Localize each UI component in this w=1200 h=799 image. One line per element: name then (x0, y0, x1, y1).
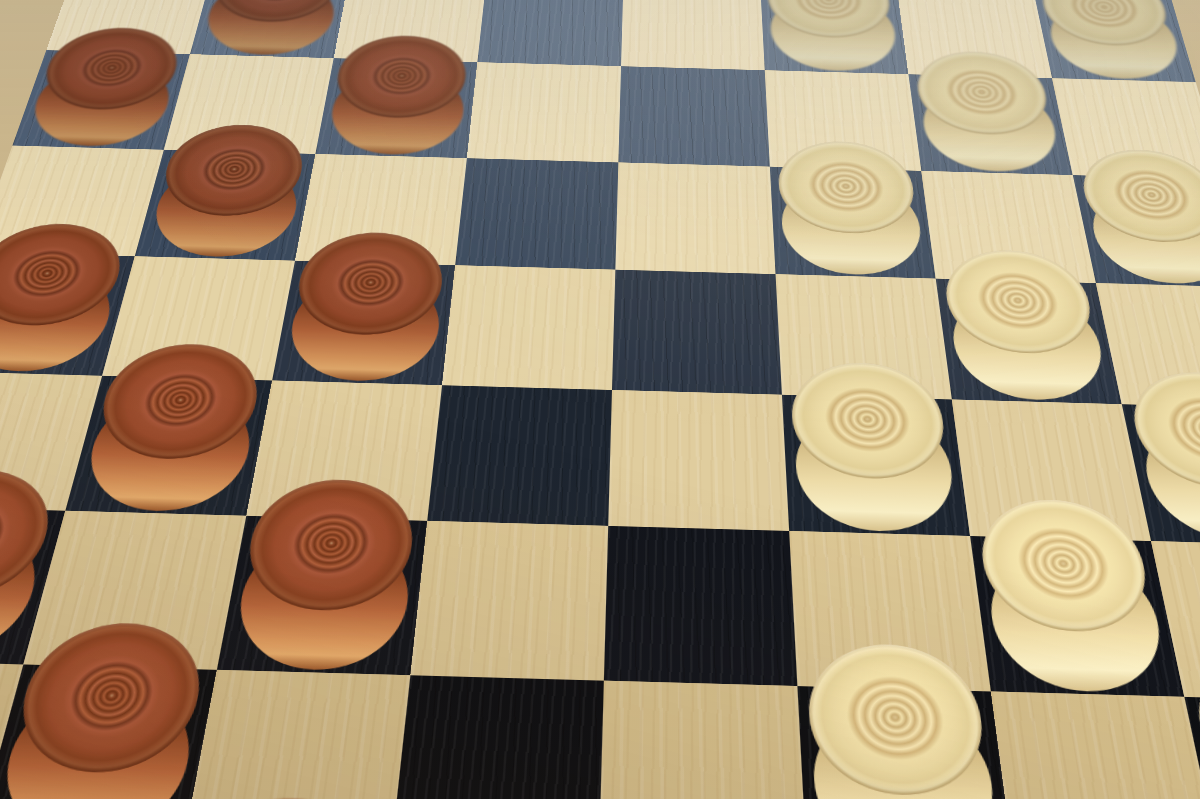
square-r3c2-dark[interactable] (135, 150, 316, 261)
brown-piece-r5c2[interactable] (65, 376, 272, 516)
square-r7c3-light[interactable] (183, 670, 410, 799)
square-r3c6-dark[interactable] (770, 167, 936, 279)
cream-piece-r4c7[interactable] (936, 279, 1122, 405)
square-r1c6-dark[interactable] (760, 0, 908, 74)
cream-piece-r6c7[interactable] (970, 536, 1184, 697)
square-r2c4-light[interactable] (467, 62, 621, 162)
brown-piece-r4c3[interactable] (272, 261, 455, 386)
square-r7c6-dark[interactable] (797, 686, 1014, 799)
brown-piece-r2c1[interactable] (12, 50, 190, 150)
brown-piece-r1c2[interactable] (190, 0, 350, 58)
cream-piece-r2c7[interactable] (908, 74, 1072, 175)
checkers-board (0, 0, 1200, 799)
square-r4c7-dark[interactable] (936, 279, 1122, 405)
square-r2c7-dark[interactable] (908, 74, 1072, 175)
checkers-photo-scene (0, 0, 1200, 799)
square-r1c2-dark[interactable] (190, 0, 350, 58)
square-r3c5-light[interactable] (615, 162, 775, 274)
square-r1c5-light[interactable] (621, 0, 765, 70)
square-r5c2-dark[interactable] (65, 376, 272, 516)
square-r3c4-dark[interactable] (455, 158, 618, 269)
square-r6c4-light[interactable] (410, 521, 608, 681)
cream-piece-r7c6[interactable] (797, 686, 1014, 799)
cream-piece-r3c6[interactable] (770, 167, 936, 279)
square-r5c6-dark[interactable] (782, 395, 970, 536)
square-r1c4-dark[interactable] (477, 0, 623, 66)
square-r2c3-dark[interactable] (315, 58, 477, 158)
square-r7c5-light[interactable] (599, 681, 807, 799)
square-r4c3-dark[interactable] (272, 261, 455, 386)
brown-piece-r6c3[interactable] (217, 516, 427, 675)
brown-piece-r2c3[interactable] (315, 58, 477, 158)
cream-piece-r5c6[interactable] (782, 395, 970, 536)
square-r6c7-dark[interactable] (970, 536, 1184, 697)
square-r5c4-dark[interactable] (427, 385, 612, 526)
cream-piece-r1c8[interactable] (1033, 0, 1195, 82)
cream-piece-r1c6[interactable] (760, 0, 908, 74)
square-r7c7-light[interactable] (991, 691, 1200, 799)
square-r2c1-dark[interactable] (12, 50, 190, 150)
square-r7c2-dark[interactable] (0, 664, 217, 799)
square-r2c5-dark[interactable] (618, 66, 769, 166)
brown-piece-r7c2[interactable] (0, 664, 217, 799)
brown-piece-r3c2[interactable] (135, 150, 316, 261)
square-r4c4-light[interactable] (442, 265, 615, 390)
square-r7c4-dark[interactable] (391, 675, 604, 799)
square-r6c3-dark[interactable] (217, 516, 427, 675)
square-r1c8-dark[interactable] (1033, 0, 1195, 82)
square-r4c5-dark[interactable] (612, 270, 782, 395)
square-r5c5-light[interactable] (608, 390, 789, 531)
square-r6c5-dark[interactable] (604, 526, 797, 686)
